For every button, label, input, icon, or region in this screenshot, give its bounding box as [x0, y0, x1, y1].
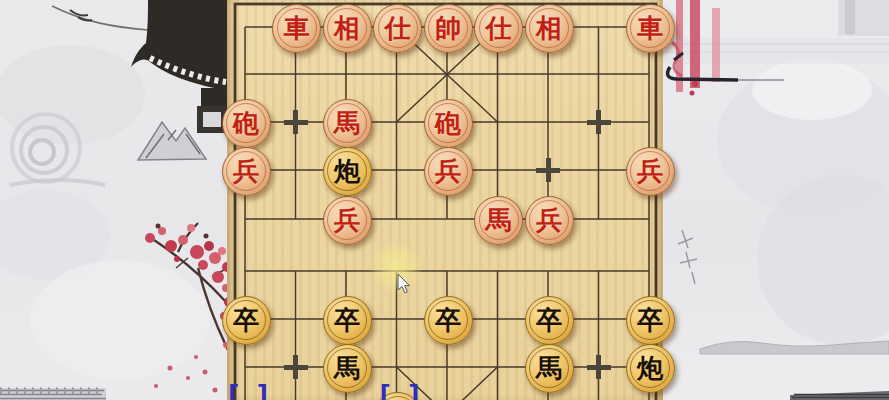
piece-character: 炮 — [637, 355, 663, 381]
red-piece-車[interactable]: 車 — [626, 4, 675, 53]
piece-character: 兵 — [334, 207, 360, 233]
point-marker — [587, 355, 611, 379]
piece-character: 卒 — [233, 307, 259, 333]
piece-layer: 車相仕帥仕相車砲馬砲兵炮兵兵兵馬兵卒卒卒卒卒馬馬炮[][] — [0, 0, 889, 400]
red-piece-馬[interactable]: 馬 — [474, 196, 523, 245]
piece-character: 車 — [637, 15, 663, 41]
piece-character: 卒 — [536, 307, 562, 333]
black-piece-卒[interactable]: 卒 — [424, 296, 473, 345]
last-move-bracket: ] — [254, 382, 272, 400]
piece-character: 砲 — [435, 110, 461, 136]
red-piece-砲[interactable]: 砲 — [222, 99, 271, 148]
xiangqi-app-window: 車相仕帥仕相車砲馬砲兵炮兵兵兵馬兵卒卒卒卒卒馬馬炮[][] — [0, 0, 889, 400]
point-marker — [587, 110, 611, 134]
point-marker — [536, 158, 560, 182]
red-piece-車[interactable]: 車 — [272, 4, 321, 53]
black-piece-馬[interactable]: 馬 — [525, 344, 574, 393]
piece-character: 馬 — [334, 355, 360, 381]
piece-character: 卒 — [637, 307, 663, 333]
red-piece-仕[interactable]: 仕 — [474, 4, 523, 53]
red-piece-兵[interactable]: 兵 — [525, 196, 574, 245]
last-move-bracket: [ — [224, 382, 242, 400]
piece-character: 仕 — [385, 15, 411, 41]
piece-character: 車 — [284, 15, 310, 41]
piece-character: 馬 — [486, 207, 512, 233]
point-marker — [284, 355, 308, 379]
piece-character: 相 — [334, 15, 360, 41]
black-piece-卒[interactable]: 卒 — [323, 296, 372, 345]
piece-character: 馬 — [334, 110, 360, 136]
piece-character: 兵 — [233, 158, 259, 184]
black-piece-卒[interactable]: 卒 — [222, 296, 271, 345]
piece-character: 馬 — [536, 355, 562, 381]
red-piece-帥[interactable]: 帥 — [424, 4, 473, 53]
piece-character: 兵 — [536, 207, 562, 233]
black-piece-卒[interactable]: 卒 — [626, 296, 675, 345]
black-piece-馬[interactable]: 馬 — [323, 344, 372, 393]
click-glow — [369, 240, 423, 294]
piece-character: 兵 — [435, 158, 461, 184]
red-piece-馬[interactable]: 馬 — [323, 99, 372, 148]
last-move-bracket: [ — [376, 382, 394, 400]
black-piece-卒[interactable]: 卒 — [525, 296, 574, 345]
red-piece-兵[interactable]: 兵 — [424, 147, 473, 196]
mouse-cursor-icon — [397, 274, 413, 296]
black-piece-炮[interactable]: 炮 — [626, 344, 675, 393]
piece-character: 卒 — [435, 307, 461, 333]
red-piece-砲[interactable]: 砲 — [424, 99, 473, 148]
red-piece-仕[interactable]: 仕 — [373, 4, 422, 53]
black-piece-炮[interactable]: 炮 — [323, 147, 372, 196]
last-move-bracket: ] — [406, 382, 424, 400]
red-piece-兵[interactable]: 兵 — [323, 196, 372, 245]
piece-character: 相 — [536, 15, 562, 41]
point-marker — [284, 110, 308, 134]
piece-character: 帥 — [435, 15, 461, 41]
piece-character: 兵 — [637, 158, 663, 184]
red-piece-兵[interactable]: 兵 — [222, 147, 271, 196]
piece-character: 仕 — [486, 15, 512, 41]
red-piece-相[interactable]: 相 — [525, 4, 574, 53]
piece-character: 卒 — [334, 307, 360, 333]
red-piece-兵[interactable]: 兵 — [626, 147, 675, 196]
piece-character: 炮 — [334, 158, 360, 184]
red-piece-相[interactable]: 相 — [323, 4, 372, 53]
piece-character: 砲 — [233, 110, 259, 136]
